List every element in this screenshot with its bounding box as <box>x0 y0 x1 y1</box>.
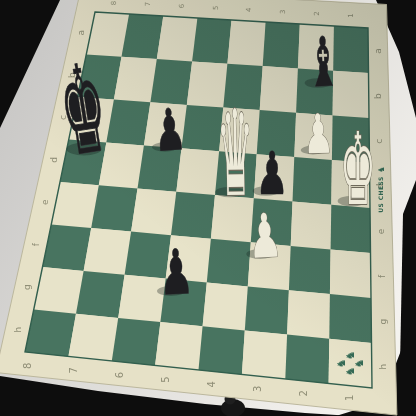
piece-black-pawn-d3: ♟ <box>253 139 289 209</box>
piece-glyph-b2: ♝ <box>305 22 341 103</box>
piece-glyph-d3: ♟ <box>255 139 288 209</box>
piece-black-pawn-g5: ♟ <box>157 236 195 309</box>
piece-glyph-g5: ♟ <box>158 236 195 309</box>
piece-glyph-c2: ♟ <box>302 102 335 167</box>
piece-glyph-d1: ♚ <box>340 111 376 228</box>
piece-black-bishop-b2: ♝ <box>305 22 341 103</box>
piece-white-pawn-f3: ♟ <box>246 200 284 272</box>
piece-glyph-f3: ♟ <box>246 200 284 272</box>
board-photo: 88aa77bb66cc55dd44ee33ff22gg11hhUS CHESS… <box>0 0 416 416</box>
piece-white-king-d1: ♚ <box>338 111 376 228</box>
piece-glyph-c6: ♟ <box>151 95 188 164</box>
piece-black-pawn-c6: ♟ <box>151 95 188 164</box>
piece-white-pawn-c2: ♟ <box>301 102 335 167</box>
chessboard-photo-svg: 88aa77bb66cc55dd44ee33ff22gg11hhUS CHESS… <box>0 0 416 416</box>
